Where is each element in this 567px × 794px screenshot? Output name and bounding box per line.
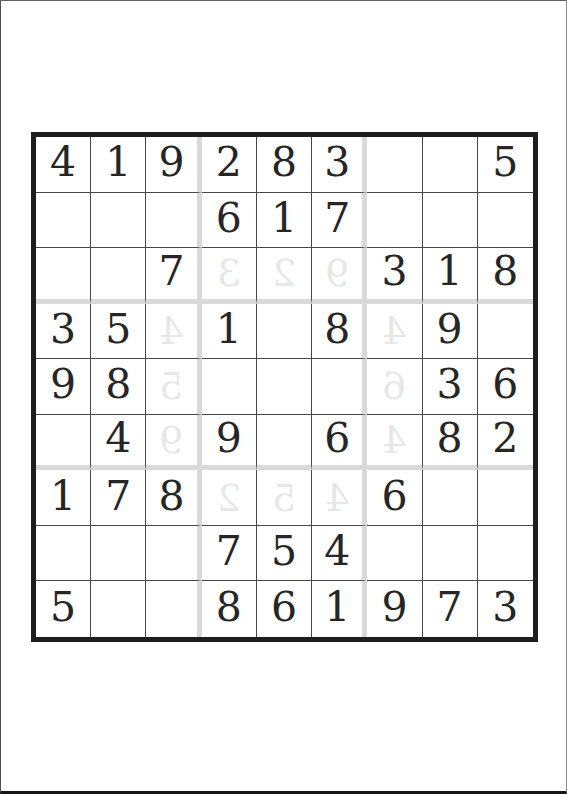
cell-r8c4: 7 xyxy=(202,526,257,582)
cell-r9c9: 3 xyxy=(478,581,533,637)
cell-r1c7[interactable] xyxy=(367,137,422,193)
cell-r6c9: 2 xyxy=(478,415,533,471)
cell-r2c8[interactable] xyxy=(423,193,478,249)
cell-r4c5[interactable] xyxy=(257,304,312,360)
given-digit: 6 xyxy=(271,587,297,631)
cell-r1c9: 5 xyxy=(478,137,533,193)
ghost-digit: 5 xyxy=(146,359,196,414)
cell-r4c1: 3 xyxy=(36,304,91,360)
cell-r9c8: 7 xyxy=(423,581,478,637)
cell-r3c4[interactable]: 3 xyxy=(202,248,257,304)
ghost-digit: 3 xyxy=(202,248,256,299)
cell-r9c2[interactable] xyxy=(91,581,146,637)
given-digit: 9 xyxy=(50,364,76,408)
cell-r5c1: 9 xyxy=(36,359,91,415)
given-digit: 8 xyxy=(159,476,185,520)
given-digit: 5 xyxy=(492,142,518,186)
given-digit: 3 xyxy=(50,309,76,353)
cell-r4c7[interactable]: 4 xyxy=(367,304,422,360)
cell-r8c7[interactable] xyxy=(367,526,422,582)
cell-r3c9: 8 xyxy=(478,248,533,304)
cell-r2c6: 7 xyxy=(312,193,367,249)
given-digit: 8 xyxy=(271,142,297,186)
cell-r1c8[interactable] xyxy=(423,137,478,193)
cell-r4c9[interactable] xyxy=(478,304,533,360)
cell-r6c2: 4 xyxy=(91,415,146,471)
cell-r7c9[interactable] xyxy=(478,470,533,526)
given-digit: 1 xyxy=(105,142,131,186)
cell-r1c5: 8 xyxy=(257,137,312,193)
cell-r8c6: 4 xyxy=(312,526,367,582)
cell-r7c1: 1 xyxy=(36,470,91,526)
cell-r6c7[interactable]: 4 xyxy=(367,415,422,471)
given-digit: 4 xyxy=(50,142,76,186)
given-digit: 3 xyxy=(381,251,407,295)
cell-r4c3[interactable]: 4 xyxy=(146,304,201,360)
cell-r9c3[interactable] xyxy=(146,581,201,637)
cell-r9c4: 8 xyxy=(202,581,257,637)
cell-r4c6: 8 xyxy=(312,304,367,360)
cell-r5c3[interactable]: 5 xyxy=(146,359,201,415)
ghost-digit: 9 xyxy=(146,415,196,466)
given-digit: 8 xyxy=(216,587,242,631)
cell-r3c7: 3 xyxy=(367,248,422,304)
cell-r3c3: 7 xyxy=(146,248,201,304)
given-digit: 9 xyxy=(381,587,407,631)
cell-r8c1[interactable] xyxy=(36,526,91,582)
given-digit: 8 xyxy=(437,418,463,462)
given-digit: 1 xyxy=(324,587,350,631)
given-digit: 2 xyxy=(216,142,242,186)
cell-r4c8: 9 xyxy=(423,304,478,360)
ghost-digit: 4 xyxy=(312,470,362,525)
ghost-digit: 6 xyxy=(367,359,421,414)
given-digit: 7 xyxy=(216,531,242,575)
cell-r4c2: 5 xyxy=(91,304,146,360)
cell-r8c5: 5 xyxy=(257,526,312,582)
given-digit: 7 xyxy=(324,198,350,242)
sudoku-grid: 4192835617732931835418499856364996482178… xyxy=(36,137,533,637)
given-digit: 3 xyxy=(324,142,350,186)
cell-r5c7[interactable]: 6 xyxy=(367,359,422,415)
given-digit: 3 xyxy=(492,587,518,631)
given-digit: 1 xyxy=(437,251,463,295)
given-digit: 5 xyxy=(50,587,76,631)
cell-r1c4: 2 xyxy=(202,137,257,193)
cell-r7c6[interactable]: 4 xyxy=(312,470,367,526)
cell-r3c5[interactable]: 2 xyxy=(257,248,312,304)
cell-r4c4: 1 xyxy=(202,304,257,360)
cell-r1c3: 9 xyxy=(146,137,201,193)
cell-r7c5[interactable]: 5 xyxy=(257,470,312,526)
sudoku-board: 4192835617732931835418499856364996482178… xyxy=(31,132,538,642)
cell-r5c4[interactable] xyxy=(202,359,257,415)
cell-r9c5: 6 xyxy=(257,581,312,637)
cell-r7c4[interactable]: 2 xyxy=(202,470,257,526)
ghost-digit: 4 xyxy=(367,304,421,359)
cell-r6c3[interactable]: 9 xyxy=(146,415,201,471)
given-digit: 4 xyxy=(105,418,131,462)
ghost-digit: 5 xyxy=(257,470,311,525)
given-digit: 6 xyxy=(492,364,518,408)
cell-r6c1[interactable] xyxy=(36,415,91,471)
given-digit: 9 xyxy=(437,309,463,353)
cell-r7c3: 8 xyxy=(146,470,201,526)
cell-r7c7: 6 xyxy=(367,470,422,526)
cell-r7c2: 7 xyxy=(91,470,146,526)
given-digit: 2 xyxy=(492,418,518,462)
given-digit: 6 xyxy=(216,198,242,242)
cell-r2c9[interactable] xyxy=(478,193,533,249)
given-digit: 1 xyxy=(216,309,242,353)
cell-r2c2[interactable] xyxy=(91,193,146,249)
cell-r2c1[interactable] xyxy=(36,193,91,249)
cell-r6c5[interactable] xyxy=(257,415,312,471)
ghost-digit: 9 xyxy=(312,248,362,299)
cell-r3c1[interactable] xyxy=(36,248,91,304)
given-digit: 5 xyxy=(271,531,297,575)
given-digit: 8 xyxy=(492,251,518,295)
given-digit: 8 xyxy=(105,364,131,408)
cell-r5c8: 3 xyxy=(423,359,478,415)
given-digit: 3 xyxy=(437,364,463,408)
cell-r5c2: 8 xyxy=(91,359,146,415)
cell-r9c7: 9 xyxy=(367,581,422,637)
cell-r9c1: 5 xyxy=(36,581,91,637)
cell-r9c6: 1 xyxy=(312,581,367,637)
cell-r6c6: 6 xyxy=(312,415,367,471)
scanned-sudoku-page: 4192835617732931835418499856364996482178… xyxy=(0,0,567,794)
given-digit: 6 xyxy=(381,476,407,520)
given-digit: 9 xyxy=(159,142,185,186)
ghost-digit: 4 xyxy=(367,415,421,466)
cell-r3c6[interactable]: 9 xyxy=(312,248,367,304)
cell-r1c6: 3 xyxy=(312,137,367,193)
given-digit: 7 xyxy=(105,476,131,520)
cell-r5c6[interactable] xyxy=(312,359,367,415)
cell-r8c3[interactable] xyxy=(146,526,201,582)
given-digit: 5 xyxy=(105,309,131,353)
given-digit: 9 xyxy=(216,418,242,462)
cell-r2c7[interactable] xyxy=(367,193,422,249)
ghost-digit: 2 xyxy=(257,248,311,299)
given-digit: 7 xyxy=(159,251,185,295)
cell-r2c5: 1 xyxy=(257,193,312,249)
cell-r3c8: 1 xyxy=(423,248,478,304)
given-digit: 1 xyxy=(271,198,297,242)
cell-r5c9: 6 xyxy=(478,359,533,415)
cell-r6c4: 9 xyxy=(202,415,257,471)
cell-r1c2: 1 xyxy=(91,137,146,193)
given-digit: 4 xyxy=(324,531,350,575)
cell-r2c4: 6 xyxy=(202,193,257,249)
cell-r1c1: 4 xyxy=(36,137,91,193)
cell-r7c8[interactable] xyxy=(423,470,478,526)
given-digit: 8 xyxy=(324,309,350,353)
cell-r8c8[interactable] xyxy=(423,526,478,582)
cell-r2c3[interactable] xyxy=(146,193,201,249)
ghost-digit: 2 xyxy=(202,470,256,525)
given-digit: 7 xyxy=(437,587,463,631)
cell-r8c2[interactable] xyxy=(91,526,146,582)
given-digit: 6 xyxy=(324,418,350,462)
cell-r8c9[interactable] xyxy=(478,526,533,582)
given-digit: 1 xyxy=(50,476,76,520)
cell-r5c5[interactable] xyxy=(257,359,312,415)
cell-r6c8: 8 xyxy=(423,415,478,471)
ghost-digit: 4 xyxy=(146,304,196,359)
cell-r3c2[interactable] xyxy=(91,248,146,304)
